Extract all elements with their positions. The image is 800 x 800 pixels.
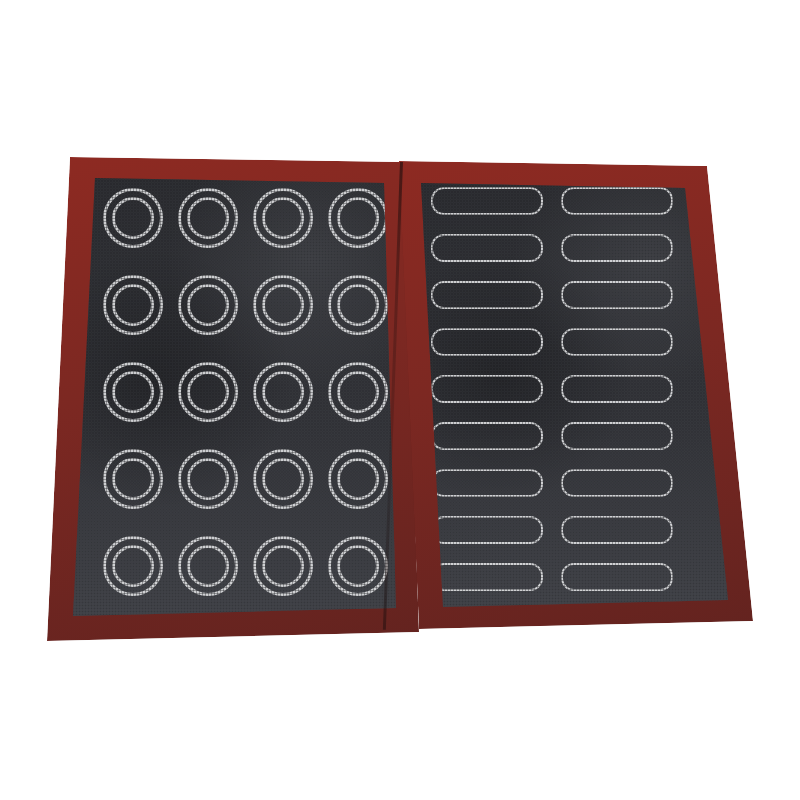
eclair-mat: [390, 155, 760, 635]
eclair-slot-marking: [431, 563, 543, 591]
macaron-ring-inner: [112, 458, 154, 500]
macaron-ring-marking: [328, 536, 388, 596]
macaron-ring-inner: [262, 371, 304, 413]
macaron-ring-marking: [103, 536, 163, 596]
macaron-ring-marking: [253, 449, 313, 509]
eclair-slot-marking: [561, 187, 673, 215]
macaron-ring-inner: [337, 458, 379, 500]
macaron-ring-marking: [178, 188, 238, 248]
eclair-mat-red-border: [390, 155, 760, 635]
macaron-ring-inner: [187, 458, 229, 500]
macaron-ring-inner: [262, 284, 304, 326]
macaron-ring-marking: [253, 275, 313, 335]
macaron-ring-marking: [328, 188, 388, 248]
macaron-ring-marking: [253, 536, 313, 596]
macaron-ring-marking: [178, 275, 238, 335]
macaron-ring-inner: [337, 197, 379, 239]
eclair-slot-marking: [431, 375, 543, 403]
eclair-slot-marking: [431, 281, 543, 309]
macaron-ring-marking: [253, 362, 313, 422]
eclair-slot-marking: [561, 281, 673, 309]
eclair-slot-marking: [431, 187, 543, 215]
macaron-ring-inner: [112, 545, 154, 587]
macaron-ring-inner: [337, 545, 379, 587]
eclair-slot-marking: [431, 422, 543, 450]
macaron-ring-inner: [112, 197, 154, 239]
macaron-ring-inner: [262, 545, 304, 587]
macaron-ring-marking: [103, 362, 163, 422]
macaron-ring-marking: [178, 362, 238, 422]
photo-canvas: [0, 0, 800, 800]
eclair-slot-marking: [561, 328, 673, 356]
eclair-slot-marking: [561, 516, 673, 544]
macaron-ring-inner: [187, 545, 229, 587]
macaron-ring-inner: [187, 371, 229, 413]
eclair-slot-marking: [561, 563, 673, 591]
macaron-ring-marking: [328, 275, 388, 335]
macaron-ring-marking: [253, 188, 313, 248]
eclair-slot-marking: [561, 234, 673, 262]
macaron-ring-marking: [178, 449, 238, 509]
macaron-mat-mesh: [40, 150, 425, 648]
eclair-slot-marking: [431, 469, 543, 497]
macaron-mat: [40, 150, 425, 648]
eclair-slot-marking: [431, 516, 543, 544]
macaron-marking-grid: [95, 174, 395, 610]
eclair-slot-marking: [561, 422, 673, 450]
macaron-ring-marking: [328, 362, 388, 422]
eclair-slot-marking: [431, 234, 543, 262]
eclair-slot-marking: [431, 328, 543, 356]
macaron-ring-inner: [112, 284, 154, 326]
eclair-slot-marking: [561, 469, 673, 497]
eclair-marking-grid: [422, 177, 682, 601]
macaron-ring-inner: [112, 371, 154, 413]
macaron-ring-inner: [262, 458, 304, 500]
macaron-ring-inner: [337, 371, 379, 413]
eclair-slot-marking: [561, 375, 673, 403]
macaron-ring-marking: [178, 536, 238, 596]
macaron-ring-marking: [328, 449, 388, 509]
macaron-ring-inner: [187, 197, 229, 239]
macaron-ring-inner: [262, 197, 304, 239]
macaron-ring-marking: [103, 275, 163, 335]
macaron-mat-red-border: [40, 150, 425, 648]
macaron-ring-marking: [103, 188, 163, 248]
macaron-ring-marking: [103, 449, 163, 509]
macaron-ring-inner: [187, 284, 229, 326]
macaron-ring-inner: [337, 284, 379, 326]
eclair-mat-mesh: [390, 155, 760, 635]
